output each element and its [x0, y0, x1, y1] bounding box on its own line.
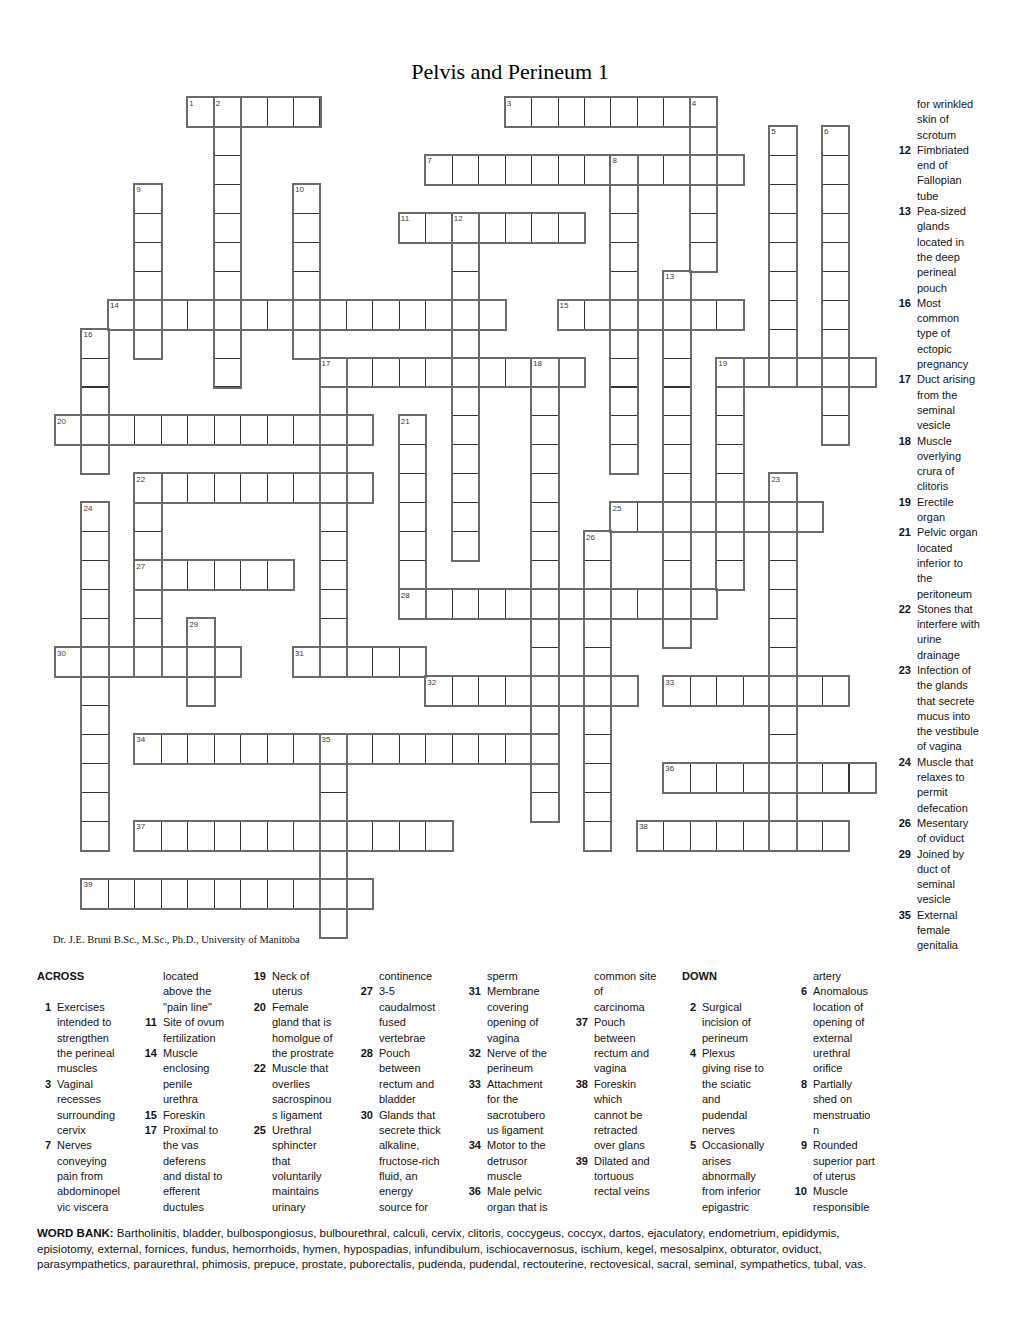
grid-cell[interactable]	[214, 184, 241, 214]
grid-cell[interactable]	[663, 329, 690, 359]
grid-cell[interactable]	[399, 647, 426, 677]
grid-cell[interactable]	[584, 792, 611, 822]
grid-cell[interactable]	[452, 242, 479, 272]
grid-cell[interactable]	[849, 763, 876, 793]
grid-cell[interactable]	[452, 155, 479, 185]
grid-cell[interactable]	[452, 473, 479, 503]
grid-cell[interactable]	[690, 242, 717, 272]
grid-cell[interactable]	[716, 676, 743, 706]
grid-cell[interactable]	[214, 242, 241, 272]
grid-cell[interactable]	[161, 734, 188, 764]
grid-cell[interactable]	[161, 300, 188, 330]
grid-cell[interactable]	[584, 734, 611, 764]
grid-cell[interactable]	[558, 676, 585, 706]
grid-cell[interactable]	[452, 531, 479, 561]
grid-cell[interactable]	[531, 589, 558, 619]
grid-cell[interactable]	[240, 97, 267, 127]
grid-cell[interactable]	[769, 531, 796, 561]
grid-cell[interactable]	[293, 329, 320, 359]
grid-cell[interactable]	[108, 879, 135, 909]
grid-cell[interactable]	[346, 879, 373, 909]
grid-cell[interactable]	[214, 415, 241, 445]
grid-cell[interactable]	[822, 415, 849, 445]
grid-cell[interactable]	[531, 618, 558, 648]
grid-cell[interactable]	[796, 502, 823, 532]
grid-cell[interactable]	[531, 502, 558, 532]
grid-cell[interactable]	[320, 618, 347, 648]
grid-cell[interactable]	[81, 705, 108, 735]
grid-cell[interactable]	[214, 879, 241, 909]
grid-cell[interactable]	[663, 589, 690, 619]
grid-cell[interactable]	[372, 358, 399, 388]
grid-cell[interactable]	[531, 444, 558, 474]
grid-cell[interactable]	[214, 155, 241, 185]
grid-cell[interactable]	[399, 300, 426, 330]
grid-cell[interactable]	[531, 473, 558, 503]
grid-cell[interactable]	[187, 879, 214, 909]
grid-cell[interactable]	[663, 97, 690, 127]
grid-cell[interactable]	[161, 473, 188, 503]
grid-cell[interactable]	[822, 213, 849, 243]
grid-cell[interactable]	[134, 879, 161, 909]
grid-cell[interactable]	[505, 213, 532, 243]
grid-cell[interactable]	[346, 415, 373, 445]
grid-cell[interactable]	[637, 97, 664, 127]
grid-cell[interactable]	[320, 531, 347, 561]
grid-cell[interactable]	[240, 473, 267, 503]
grid-cell[interactable]	[425, 300, 452, 330]
grid-cell[interactable]	[134, 213, 161, 243]
grid-cell[interactable]	[531, 531, 558, 561]
grid-cell[interactable]	[240, 821, 267, 851]
grid-cell[interactable]	[293, 879, 320, 909]
grid-cell[interactable]	[240, 300, 267, 330]
grid-cell[interactable]	[716, 473, 743, 503]
grid-cell[interactable]	[769, 242, 796, 272]
grid-cell[interactable]	[320, 560, 347, 590]
grid-cell[interactable]	[81, 531, 108, 561]
grid-cell[interactable]	[452, 358, 479, 388]
grid-cell[interactable]	[663, 618, 690, 648]
grid-cell[interactable]	[81, 589, 108, 619]
grid-cell[interactable]	[478, 155, 505, 185]
grid-cell[interactable]	[584, 705, 611, 735]
grid-cell[interactable]	[187, 560, 214, 590]
grid-cell[interactable]	[610, 213, 637, 243]
grid-cell[interactable]	[822, 763, 849, 793]
grid-cell[interactable]	[399, 502, 426, 532]
grid-cell[interactable]	[663, 531, 690, 561]
grid-cell[interactable]	[690, 155, 717, 185]
grid-cell[interactable]	[716, 763, 743, 793]
grid-cell[interactable]	[505, 155, 532, 185]
grid-cell[interactable]	[214, 821, 241, 851]
grid-cell[interactable]	[425, 589, 452, 619]
grid-cell[interactable]	[346, 358, 373, 388]
grid-cell[interactable]	[637, 502, 664, 532]
grid-cell[interactable]	[716, 415, 743, 445]
grid-cell[interactable]	[425, 358, 452, 388]
grid-cell[interactable]	[81, 792, 108, 822]
grid-cell[interactable]	[769, 213, 796, 243]
grid-cell[interactable]	[478, 213, 505, 243]
grid-cell[interactable]	[240, 415, 267, 445]
grid-cell[interactable]	[610, 271, 637, 301]
grid-cell[interactable]	[214, 734, 241, 764]
grid-cell[interactable]	[320, 821, 347, 851]
grid-cell[interactable]	[769, 155, 796, 185]
grid-cell[interactable]	[267, 97, 294, 127]
grid-cell[interactable]	[610, 358, 637, 388]
grid-cell[interactable]	[81, 821, 108, 851]
grid-cell[interactable]	[187, 676, 214, 706]
grid-cell[interactable]	[320, 415, 347, 445]
grid-cell[interactable]	[584, 618, 611, 648]
grid-cell[interactable]	[610, 184, 637, 214]
grid-cell[interactable]	[452, 502, 479, 532]
grid-cell[interactable]	[531, 676, 558, 706]
grid-cell[interactable]	[320, 647, 347, 677]
grid-cell[interactable]	[452, 271, 479, 301]
grid-cell[interactable]	[822, 821, 849, 851]
grid-cell[interactable]	[769, 358, 796, 388]
grid-cell[interactable]	[796, 763, 823, 793]
grid-cell[interactable]	[293, 473, 320, 503]
grid-cell[interactable]	[214, 358, 241, 388]
grid-cell[interactable]	[81, 415, 108, 445]
grid-cell[interactable]	[663, 415, 690, 445]
grid-cell[interactable]	[690, 184, 717, 214]
grid-cell[interactable]	[161, 879, 188, 909]
grid-cell[interactable]	[505, 358, 532, 388]
grid-cell[interactable]	[478, 589, 505, 619]
grid-cell[interactable]	[716, 560, 743, 590]
grid-cell[interactable]	[690, 213, 717, 243]
grid-cell[interactable]	[584, 589, 611, 619]
grid-cell[interactable]	[716, 444, 743, 474]
grid-cell[interactable]	[214, 271, 241, 301]
grid-cell[interactable]	[663, 473, 690, 503]
grid-cell[interactable]	[716, 387, 743, 417]
grid-cell[interactable]	[663, 387, 690, 417]
grid-cell[interactable]	[267, 300, 294, 330]
grid-cell[interactable]	[320, 300, 347, 330]
grid-cell[interactable]	[531, 213, 558, 243]
grid-cell[interactable]	[690, 821, 717, 851]
grid-cell[interactable]	[399, 560, 426, 590]
grid-cell[interactable]	[320, 763, 347, 793]
grid-cell[interactable]	[346, 647, 373, 677]
grid-cell[interactable]	[716, 502, 743, 532]
grid-cell[interactable]	[822, 184, 849, 214]
grid-cell[interactable]	[425, 734, 452, 764]
grid-cell[interactable]	[267, 734, 294, 764]
grid-cell[interactable]	[663, 444, 690, 474]
grid-cell[interactable]	[637, 155, 664, 185]
grid-cell[interactable]	[822, 300, 849, 330]
grid-cell[interactable]	[293, 97, 320, 127]
grid-cell[interactable]	[505, 734, 532, 764]
grid-cell[interactable]	[372, 300, 399, 330]
grid-cell[interactable]	[584, 763, 611, 793]
grid-cell[interactable]	[134, 647, 161, 677]
grid-cell[interactable]	[161, 560, 188, 590]
grid-cell[interactable]	[584, 821, 611, 851]
grid-cell[interactable]	[293, 415, 320, 445]
grid-cell[interactable]	[267, 415, 294, 445]
grid-cell[interactable]	[134, 589, 161, 619]
grid-cell[interactable]	[558, 589, 585, 619]
grid-cell[interactable]	[531, 415, 558, 445]
grid-cell[interactable]	[346, 300, 373, 330]
grid-cell[interactable]	[187, 473, 214, 503]
grid-cell[interactable]	[161, 415, 188, 445]
grid-cell[interactable]	[372, 647, 399, 677]
grid-cell[interactable]	[531, 387, 558, 417]
grid-cell[interactable]	[584, 300, 611, 330]
grid-cell[interactable]	[187, 647, 214, 677]
grid-cell[interactable]	[346, 821, 373, 851]
grid-cell[interactable]	[716, 821, 743, 851]
grid-cell[interactable]	[531, 763, 558, 793]
grid-cell[interactable]	[81, 444, 108, 474]
grid-cell[interactable]	[134, 618, 161, 648]
grid-cell[interactable]	[320, 502, 347, 532]
grid-cell[interactable]	[320, 444, 347, 474]
grid-cell[interactable]	[134, 271, 161, 301]
grid-cell[interactable]	[452, 415, 479, 445]
grid-cell[interactable]	[81, 358, 108, 388]
grid-cell[interactable]	[81, 618, 108, 648]
grid-cell[interactable]	[690, 502, 717, 532]
grid-cell[interactable]	[610, 444, 637, 474]
grid-cell[interactable]	[187, 300, 214, 330]
grid-cell[interactable]	[584, 560, 611, 590]
grid-cell[interactable]	[822, 387, 849, 417]
grid-cell[interactable]	[610, 589, 637, 619]
grid-cell[interactable]	[822, 271, 849, 301]
grid-cell[interactable]	[452, 387, 479, 417]
grid-cell[interactable]	[663, 155, 690, 185]
grid-cell[interactable]	[637, 589, 664, 619]
grid-cell[interactable]	[81, 763, 108, 793]
grid-cell[interactable]	[240, 560, 267, 590]
grid-cell[interactable]	[187, 821, 214, 851]
grid-cell[interactable]	[796, 821, 823, 851]
grid-cell[interactable]	[531, 734, 558, 764]
grid-cell[interactable]	[108, 415, 135, 445]
grid-cell[interactable]	[769, 705, 796, 735]
grid-cell[interactable]	[214, 126, 241, 156]
grid-cell[interactable]	[769, 184, 796, 214]
grid-cell[interactable]	[610, 676, 637, 706]
grid-cell[interactable]	[769, 792, 796, 822]
grid-cell[interactable]	[320, 879, 347, 909]
grid-cell[interactable]	[214, 329, 241, 359]
grid-cell[interactable]	[610, 300, 637, 330]
grid-cell[interactable]	[743, 502, 770, 532]
grid-cell[interactable]	[134, 300, 161, 330]
grid-cell[interactable]	[610, 415, 637, 445]
grid-cell[interactable]	[214, 473, 241, 503]
grid-cell[interactable]	[81, 734, 108, 764]
grid-cell[interactable]	[267, 473, 294, 503]
grid-cell[interactable]	[558, 97, 585, 127]
grid-cell[interactable]	[134, 502, 161, 532]
grid-cell[interactable]	[399, 531, 426, 561]
grid-cell[interactable]	[769, 560, 796, 590]
grid-cell[interactable]	[716, 531, 743, 561]
grid-cell[interactable]	[822, 242, 849, 272]
grid-cell[interactable]	[637, 300, 664, 330]
grid-cell[interactable]	[134, 329, 161, 359]
grid-cell[interactable]	[690, 126, 717, 156]
grid-cell[interactable]	[372, 734, 399, 764]
grid-cell[interactable]	[478, 676, 505, 706]
grid-cell[interactable]	[214, 213, 241, 243]
grid-cell[interactable]	[663, 300, 690, 330]
grid-cell[interactable]	[320, 792, 347, 822]
grid-cell[interactable]	[663, 502, 690, 532]
grid-cell[interactable]	[769, 618, 796, 648]
grid-cell[interactable]	[822, 358, 849, 388]
grid-cell[interactable]	[505, 589, 532, 619]
grid-cell[interactable]	[769, 647, 796, 677]
grid-cell[interactable]	[187, 415, 214, 445]
grid-cell[interactable]	[690, 763, 717, 793]
grid-cell[interactable]	[399, 821, 426, 851]
grid-cell[interactable]	[320, 589, 347, 619]
grid-cell[interactable]	[584, 676, 611, 706]
grid-cell[interactable]	[610, 97, 637, 127]
grid-cell[interactable]	[769, 821, 796, 851]
grid-cell[interactable]	[320, 387, 347, 417]
grid-cell[interactable]	[822, 155, 849, 185]
grid-cell[interactable]	[690, 300, 717, 330]
grid-cell[interactable]	[743, 763, 770, 793]
grid-cell[interactable]	[81, 560, 108, 590]
grid-cell[interactable]	[81, 676, 108, 706]
grid-cell[interactable]	[769, 271, 796, 301]
grid-cell[interactable]	[505, 676, 532, 706]
grid-cell[interactable]	[478, 734, 505, 764]
grid-cell[interactable]	[320, 850, 347, 880]
grid-cell[interactable]	[531, 792, 558, 822]
grid-cell[interactable]	[478, 300, 505, 330]
grid-cell[interactable]	[769, 763, 796, 793]
grid-cell[interactable]	[399, 444, 426, 474]
grid-cell[interactable]	[372, 821, 399, 851]
grid-cell[interactable]	[320, 908, 347, 938]
grid-cell[interactable]	[558, 155, 585, 185]
grid-cell[interactable]	[558, 213, 585, 243]
grid-cell[interactable]	[214, 560, 241, 590]
grid-cell[interactable]	[81, 647, 108, 677]
grid-cell[interactable]	[716, 300, 743, 330]
grid-cell[interactable]	[81, 387, 108, 417]
grid-cell[interactable]	[663, 821, 690, 851]
grid-cell[interactable]	[452, 734, 479, 764]
grid-cell[interactable]	[531, 647, 558, 677]
grid-cell[interactable]	[293, 242, 320, 272]
grid-cell[interactable]	[531, 560, 558, 590]
grid-cell[interactable]	[399, 473, 426, 503]
grid-cell[interactable]	[716, 155, 743, 185]
grid-cell[interactable]	[452, 676, 479, 706]
grid-cell[interactable]	[293, 734, 320, 764]
grid-cell[interactable]	[425, 213, 452, 243]
grid-cell[interactable]	[769, 502, 796, 532]
grid-cell[interactable]	[293, 271, 320, 301]
grid-cell[interactable]	[690, 676, 717, 706]
grid-cell[interactable]	[240, 879, 267, 909]
grid-cell[interactable]	[134, 415, 161, 445]
grid-cell[interactable]	[584, 647, 611, 677]
grid-cell[interactable]	[108, 647, 135, 677]
grid-cell[interactable]	[769, 734, 796, 764]
grid-cell[interactable]	[452, 300, 479, 330]
grid-cell[interactable]	[267, 821, 294, 851]
grid-cell[interactable]	[320, 473, 347, 503]
grid-cell[interactable]	[346, 734, 373, 764]
grid-cell[interactable]	[399, 358, 426, 388]
grid-cell[interactable]	[690, 589, 717, 619]
grid-cell[interactable]	[425, 821, 452, 851]
grid-cell[interactable]	[134, 242, 161, 272]
grid-cell[interactable]	[849, 358, 876, 388]
grid-cell[interactable]	[452, 329, 479, 359]
grid-cell[interactable]	[452, 589, 479, 619]
grid-cell[interactable]	[240, 734, 267, 764]
grid-cell[interactable]	[663, 358, 690, 388]
grid-cell[interactable]	[531, 155, 558, 185]
grid-cell[interactable]	[743, 676, 770, 706]
grid-cell[interactable]	[134, 531, 161, 561]
grid-cell[interactable]	[161, 821, 188, 851]
grid-cell[interactable]	[558, 358, 585, 388]
grid-cell[interactable]	[531, 97, 558, 127]
grid-cell[interactable]	[610, 387, 637, 417]
grid-cell[interactable]	[796, 676, 823, 706]
grid-cell[interactable]	[478, 358, 505, 388]
grid-cell[interactable]	[584, 97, 611, 127]
grid-cell[interactable]	[584, 155, 611, 185]
grid-cell[interactable]	[346, 473, 373, 503]
grid-cell[interactable]	[769, 676, 796, 706]
grid-cell[interactable]	[399, 734, 426, 764]
grid-cell[interactable]	[610, 329, 637, 359]
grid-cell[interactable]	[796, 358, 823, 388]
grid-cell[interactable]	[293, 300, 320, 330]
grid-cell[interactable]	[743, 358, 770, 388]
grid-cell[interactable]	[663, 560, 690, 590]
grid-cell[interactable]	[769, 329, 796, 359]
grid-cell[interactable]	[769, 589, 796, 619]
grid-cell[interactable]	[293, 821, 320, 851]
grid-cell[interactable]	[531, 705, 558, 735]
grid-cell[interactable]	[187, 734, 214, 764]
grid-cell[interactable]	[293, 213, 320, 243]
grid-cell[interactable]	[267, 879, 294, 909]
grid-cell[interactable]	[267, 560, 294, 590]
grid-cell[interactable]	[610, 242, 637, 272]
grid-cell[interactable]	[214, 647, 241, 677]
grid-cell[interactable]	[822, 329, 849, 359]
grid-cell[interactable]	[822, 676, 849, 706]
grid-cell[interactable]	[743, 821, 770, 851]
grid-cell[interactable]	[161, 647, 188, 677]
grid-cell[interactable]	[452, 444, 479, 474]
